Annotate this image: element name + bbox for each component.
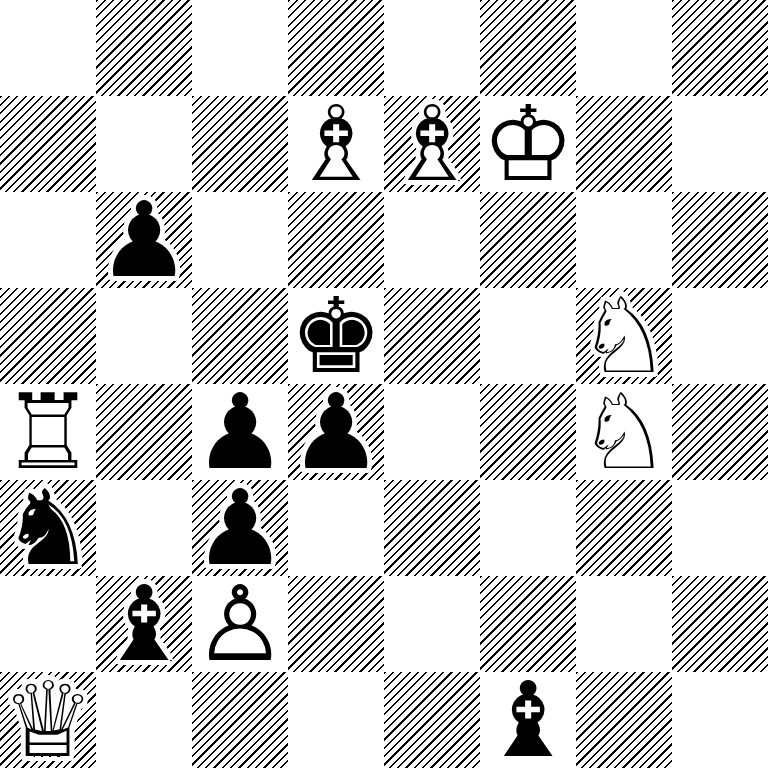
square-c3[interactable]: ♟♟ — [192, 480, 288, 576]
square-b5[interactable] — [96, 288, 192, 384]
square-d3[interactable] — [288, 480, 384, 576]
square-a6[interactable] — [0, 192, 96, 288]
black-pawn[interactable]: ♟ — [288, 384, 384, 480]
square-e6[interactable] — [384, 192, 480, 288]
piece-halo: ♝ — [384, 96, 480, 192]
white-bishop[interactable]: ♗ — [384, 96, 480, 192]
black-pawn[interactable]: ♟ — [192, 384, 288, 480]
square-h1[interactable] — [672, 672, 768, 768]
piece-halo: ♚ — [288, 288, 384, 384]
square-b1[interactable] — [96, 672, 192, 768]
black-knight[interactable]: ♞ — [0, 480, 96, 576]
piece-halo: ♝ — [288, 96, 384, 192]
white-bishop[interactable]: ♗ — [288, 96, 384, 192]
square-g5[interactable]: ♞♘ — [576, 288, 672, 384]
white-rook[interactable]: ♖ — [0, 384, 96, 480]
square-e5[interactable] — [384, 288, 480, 384]
white-knight[interactable]: ♘ — [576, 288, 672, 384]
square-e2[interactable] — [384, 576, 480, 672]
piece-halo: ♟ — [96, 192, 192, 288]
square-a8[interactable] — [0, 0, 96, 96]
piece-halo: ♛ — [0, 672, 96, 768]
square-f3[interactable] — [480, 480, 576, 576]
white-pawn[interactable]: ♙ — [192, 576, 288, 672]
square-g3[interactable] — [576, 480, 672, 576]
square-f8[interactable] — [480, 0, 576, 96]
square-d2[interactable] — [288, 576, 384, 672]
white-queen[interactable]: ♕ — [0, 672, 96, 768]
black-pawn[interactable]: ♟ — [192, 480, 288, 576]
piece-halo: ♟ — [192, 480, 288, 576]
square-e7[interactable]: ♝♗ — [384, 96, 480, 192]
piece-halo: ♝ — [480, 672, 576, 768]
square-c8[interactable] — [192, 0, 288, 96]
square-h8[interactable] — [672, 0, 768, 96]
square-d8[interactable] — [288, 0, 384, 96]
black-king[interactable]: ♚ — [288, 288, 384, 384]
black-pawn[interactable]: ♟ — [96, 192, 192, 288]
square-a7[interactable] — [0, 96, 96, 192]
square-f6[interactable] — [480, 192, 576, 288]
square-d4[interactable]: ♟♟ — [288, 384, 384, 480]
square-f4[interactable] — [480, 384, 576, 480]
piece-halo: ♞ — [576, 384, 672, 480]
square-h4[interactable] — [672, 384, 768, 480]
square-c7[interactable] — [192, 96, 288, 192]
square-g6[interactable] — [576, 192, 672, 288]
white-king[interactable]: ♔ — [480, 96, 576, 192]
chess-board: ♝♗♝♗♚♔♟♟♚♚♞♘♜♖♟♟♟♟♞♘♞♞♟♟♝♝♟♙♛♕♝♝ — [0, 0, 768, 768]
square-g7[interactable] — [576, 96, 672, 192]
square-h7[interactable] — [672, 96, 768, 192]
square-b4[interactable] — [96, 384, 192, 480]
square-a5[interactable] — [0, 288, 96, 384]
square-g1[interactable] — [576, 672, 672, 768]
square-g8[interactable] — [576, 0, 672, 96]
square-a1[interactable]: ♛♕ — [0, 672, 96, 768]
square-h2[interactable] — [672, 576, 768, 672]
square-h5[interactable] — [672, 288, 768, 384]
piece-halo: ♜ — [0, 384, 96, 480]
square-e1[interactable] — [384, 672, 480, 768]
square-e3[interactable] — [384, 480, 480, 576]
square-d6[interactable] — [288, 192, 384, 288]
chess-diagram: ♝♗♝♗♚♔♟♟♚♚♞♘♜♖♟♟♟♟♞♘♞♞♟♟♝♝♟♙♛♕♝♝ — [0, 0, 768, 768]
square-c1[interactable] — [192, 672, 288, 768]
square-g2[interactable] — [576, 576, 672, 672]
square-d5[interactable]: ♚♚ — [288, 288, 384, 384]
square-d7[interactable]: ♝♗ — [288, 96, 384, 192]
piece-halo: ♟ — [288, 384, 384, 480]
square-a4[interactable]: ♜♖ — [0, 384, 96, 480]
piece-halo: ♞ — [576, 288, 672, 384]
square-f5[interactable] — [480, 288, 576, 384]
square-a3[interactable]: ♞♞ — [0, 480, 96, 576]
piece-halo: ♚ — [480, 96, 576, 192]
black-bishop[interactable]: ♝ — [96, 576, 192, 672]
white-knight[interactable]: ♘ — [576, 384, 672, 480]
square-c6[interactable] — [192, 192, 288, 288]
square-b8[interactable] — [96, 0, 192, 96]
square-b6[interactable]: ♟♟ — [96, 192, 192, 288]
piece-halo: ♟ — [192, 384, 288, 480]
square-a2[interactable] — [0, 576, 96, 672]
square-h6[interactable] — [672, 192, 768, 288]
square-f7[interactable]: ♚♔ — [480, 96, 576, 192]
square-b3[interactable] — [96, 480, 192, 576]
square-b2[interactable]: ♝♝ — [96, 576, 192, 672]
square-e4[interactable] — [384, 384, 480, 480]
piece-halo: ♞ — [0, 480, 96, 576]
square-g4[interactable]: ♞♘ — [576, 384, 672, 480]
square-c4[interactable]: ♟♟ — [192, 384, 288, 480]
piece-halo: ♟ — [192, 576, 288, 672]
square-c5[interactable] — [192, 288, 288, 384]
square-c2[interactable]: ♟♙ — [192, 576, 288, 672]
square-f2[interactable] — [480, 576, 576, 672]
square-f1[interactable]: ♝♝ — [480, 672, 576, 768]
square-b7[interactable] — [96, 96, 192, 192]
piece-halo: ♝ — [96, 576, 192, 672]
square-d1[interactable] — [288, 672, 384, 768]
square-h3[interactable] — [672, 480, 768, 576]
black-bishop[interactable]: ♝ — [480, 672, 576, 768]
square-e8[interactable] — [384, 0, 480, 96]
